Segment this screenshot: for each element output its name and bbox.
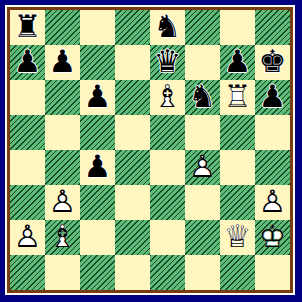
square-a4[interactable] [10,150,45,185]
square-h5[interactable] [255,115,290,150]
black-king-icon: ♚ [259,46,287,77]
black-queen-icon: ♛ [154,46,182,77]
square-c5[interactable] [80,115,115,150]
black-pawn-icon: ♟ [14,46,42,77]
square-f8[interactable] [185,10,220,45]
white-king: ♚♔ [255,220,290,255]
square-f6[interactable]: ♞ [185,80,220,115]
square-b1[interactable] [45,255,80,290]
square-a3[interactable] [10,185,45,220]
square-f3[interactable] [185,185,220,220]
black-rook: ♜ [10,10,45,45]
square-g6[interactable]: ♜♖ [220,80,255,115]
black-pawn-icon: ♟ [49,46,77,77]
square-b3[interactable]: ♟♙ [45,185,80,220]
square-d1[interactable] [115,255,150,290]
square-e8[interactable]: ♞ [150,10,185,45]
square-g8[interactable] [220,10,255,45]
square-f5[interactable] [185,115,220,150]
square-a2[interactable]: ♟♙ [10,220,45,255]
square-c4[interactable]: ♟ [80,150,115,185]
square-e3[interactable] [150,185,185,220]
square-c8[interactable] [80,10,115,45]
square-c2[interactable] [80,220,115,255]
white-pawn: ♟♙ [255,185,290,220]
white-queen-icon: ♕ [224,221,252,252]
square-b2[interactable]: ♝♗ [45,220,80,255]
black-queen: ♛ [150,45,185,80]
square-e2[interactable] [150,220,185,255]
square-a7[interactable]: ♟ [10,45,45,80]
square-h7[interactable]: ♚ [255,45,290,80]
square-d4[interactable] [115,150,150,185]
square-b7[interactable]: ♟ [45,45,80,80]
square-g5[interactable] [220,115,255,150]
square-h1[interactable] [255,255,290,290]
square-d2[interactable] [115,220,150,255]
black-pawn-icon: ♟ [84,81,112,112]
black-king: ♚ [255,45,290,80]
square-g1[interactable] [220,255,255,290]
square-g3[interactable] [220,185,255,220]
black-knight-icon: ♞ [189,81,217,112]
white-pawn-icon: ♙ [14,221,42,252]
square-e6[interactable]: ♝♗ [150,80,185,115]
square-d5[interactable] [115,115,150,150]
square-f7[interactable] [185,45,220,80]
diagram-brown-border: ♜♞♟♟♛♟♚♟♝♗♞♜♖♟♟♟♙♟♙♟♙♟♙♝♗♛♕♚♔ [7,7,293,293]
black-pawn-icon: ♟ [259,81,287,112]
square-f4[interactable]: ♟♙ [185,150,220,185]
white-pawn-icon: ♙ [259,186,287,217]
square-h3[interactable]: ♟♙ [255,185,290,220]
square-b5[interactable] [45,115,80,150]
white-pawn: ♟♙ [45,185,80,220]
black-knight: ♞ [150,10,185,45]
square-b4[interactable] [45,150,80,185]
square-d3[interactable] [115,185,150,220]
black-pawn: ♟ [80,80,115,115]
square-h8[interactable] [255,10,290,45]
square-f2[interactable] [185,220,220,255]
square-c6[interactable]: ♟ [80,80,115,115]
white-bishop-icon: ♗ [49,221,77,252]
chess-diagram: ♜♞♟♟♛♟♚♟♝♗♞♜♖♟♟♟♙♟♙♟♙♟♙♝♗♛♕♚♔ [0,0,302,302]
white-pawn-icon: ♙ [189,151,217,182]
black-rook-icon: ♜ [14,11,42,42]
black-knight-icon: ♞ [154,11,182,42]
white-pawn: ♟♙ [10,220,45,255]
square-a6[interactable] [10,80,45,115]
square-e4[interactable] [150,150,185,185]
diagram-white-border: ♜♞♟♟♛♟♚♟♝♗♞♜♖♟♟♟♙♟♙♟♙♟♙♝♗♛♕♚♔ [5,5,295,295]
square-h4[interactable] [255,150,290,185]
black-pawn: ♟ [10,45,45,80]
black-pawn: ♟ [80,150,115,185]
black-knight: ♞ [185,80,220,115]
square-g4[interactable] [220,150,255,185]
square-d6[interactable] [115,80,150,115]
square-e5[interactable] [150,115,185,150]
square-g2[interactable]: ♛♕ [220,220,255,255]
black-pawn-icon: ♟ [84,151,112,182]
square-c3[interactable] [80,185,115,220]
white-bishop-icon: ♗ [154,81,182,112]
square-h2[interactable]: ♚♔ [255,220,290,255]
black-pawn: ♟ [45,45,80,80]
white-queen: ♛♕ [220,220,255,255]
square-c1[interactable] [80,255,115,290]
square-a8[interactable]: ♜ [10,10,45,45]
black-pawn: ♟ [255,80,290,115]
square-b8[interactable] [45,10,80,45]
black-pawn: ♟ [220,45,255,80]
black-pawn-icon: ♟ [224,46,252,77]
square-c7[interactable] [80,45,115,80]
white-rook-icon: ♖ [224,81,252,112]
square-d7[interactable] [115,45,150,80]
square-g7[interactable]: ♟ [220,45,255,80]
square-b6[interactable] [45,80,80,115]
square-d8[interactable] [115,10,150,45]
white-pawn-icon: ♙ [49,186,77,217]
square-e1[interactable] [150,255,185,290]
square-a1[interactable] [10,255,45,290]
square-a5[interactable] [10,115,45,150]
square-h6[interactable]: ♟ [255,80,290,115]
white-pawn: ♟♙ [185,150,220,185]
white-bishop: ♝♗ [45,220,80,255]
square-f1[interactable] [185,255,220,290]
white-king-icon: ♔ [259,221,287,252]
white-bishop: ♝♗ [150,80,185,115]
white-rook: ♜♖ [220,80,255,115]
chess-board: ♜♞♟♟♛♟♚♟♝♗♞♜♖♟♟♟♙♟♙♟♙♟♙♝♗♛♕♚♔ [10,10,290,290]
square-e7[interactable]: ♛ [150,45,185,80]
